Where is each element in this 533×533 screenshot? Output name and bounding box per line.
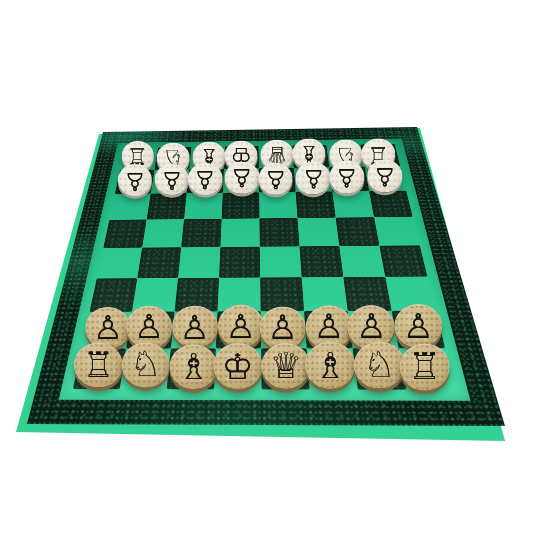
piece-white-pawn-a2[interactable]: ♙ [367,160,402,193]
black-pawn-icon: ♙ [314,311,344,345]
black-pawn-icon: ♙ [267,311,297,345]
piece-white-pawn-d2[interactable]: ♙ [258,163,293,195]
pieces-layer: ♖♘♗♔♕♗♘♖♙♙♙♙♙♙♙♙♙♙♙♙♙♙♙♙♖♘♗♔♕♗♘♖ [0,0,533,533]
piece-black-pawn-f7[interactable]: ♙ [172,305,218,348]
piece-black-queen-d8[interactable]: ♕ [261,343,311,389]
black-bishop-icon: ♗ [178,349,210,384]
piece-black-knight-g8[interactable]: ♘ [122,342,171,387]
piece-white-pawn-h2[interactable]: ♙ [118,164,152,196]
black-knight-icon: ♘ [130,347,161,382]
black-pawn-icon: ♙ [403,309,434,343]
white-pawn-icon: ♙ [161,167,183,192]
board-photo: ♖♘♗♔♕♗♘♖♙♙♙♙♙♙♙♙♙♙♙♙♙♙♙♙♖♘♗♔♕♗♘♖ [0,0,533,533]
piece-white-pawn-b2[interactable]: ♙ [329,161,364,194]
white-pawn-icon: ♙ [302,166,325,191]
black-pawn-icon: ♙ [180,310,210,343]
black-pawn-icon: ♙ [356,310,386,344]
black-bishop-icon: ♗ [314,347,346,383]
black-king-icon: ♔ [222,349,254,384]
piece-white-pawn-g2[interactable]: ♙ [155,164,189,196]
black-rook-icon: ♖ [83,348,114,383]
piece-black-bishop-f8[interactable]: ♗ [169,344,218,390]
piece-white-pawn-e2[interactable]: ♙ [225,161,260,193]
white-pawn-icon: ♙ [194,166,216,191]
piece-black-rook-a8[interactable]: ♖ [399,343,450,390]
piece-white-pawn-f2[interactable]: ♙ [188,162,223,194]
piece-black-king-e8[interactable]: ♔ [213,343,262,389]
black-pawn-icon: ♙ [226,309,256,342]
piece-black-rook-h8[interactable]: ♖ [74,343,122,388]
white-pawn-icon: ♙ [336,165,359,190]
white-pawn-icon: ♙ [231,165,253,190]
piece-black-bishop-c8[interactable]: ♗ [305,342,355,388]
piece-white-pawn-c2[interactable]: ♙ [296,162,331,195]
black-rook-icon: ♖ [408,349,441,385]
white-pawn-icon: ♙ [374,164,397,190]
black-pawn-icon: ♙ [93,312,122,345]
piece-black-knight-b8[interactable]: ♘ [354,342,404,389]
black-pawn-icon: ♙ [134,311,164,344]
black-queen-icon: ♕ [270,348,302,384]
piece-black-pawn-e7[interactable]: ♙ [218,305,264,348]
white-pawn-icon: ♙ [264,167,287,192]
piece-black-pawn-a7[interactable]: ♙ [395,304,442,348]
white-pawn-icon: ♙ [124,168,146,193]
black-knight-icon: ♘ [363,347,395,383]
